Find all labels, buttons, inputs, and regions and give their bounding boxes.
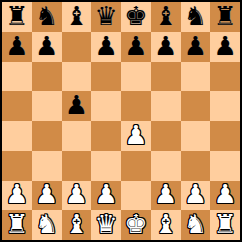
square-c2[interactable]: ♟: [62, 181, 92, 211]
square-e5[interactable]: [121, 91, 151, 121]
white-rook-piece[interactable]: ♜: [5, 211, 28, 237]
black-queen-piece[interactable]: ♛: [94, 3, 117, 29]
square-a7[interactable]: ♟: [2, 32, 32, 62]
black-bishop-piece[interactable]: ♝: [65, 3, 88, 29]
square-d1[interactable]: ♛: [91, 210, 121, 240]
square-f8[interactable]: ♝: [151, 2, 181, 32]
square-f5[interactable]: [151, 91, 181, 121]
white-pawn-piece[interactable]: ♟: [65, 181, 88, 207]
white-pawn-piece[interactable]: ♟: [213, 181, 236, 207]
square-c6[interactable]: [62, 62, 92, 92]
black-rook-piece[interactable]: ♜: [5, 3, 28, 29]
square-b7[interactable]: ♟: [32, 32, 62, 62]
square-c8[interactable]: ♝: [62, 2, 92, 32]
white-pawn-piece[interactable]: ♟: [94, 181, 117, 207]
square-c3[interactable]: [62, 151, 92, 181]
black-pawn-piece[interactable]: ♟: [94, 33, 117, 59]
black-pawn-piece[interactable]: ♟: [5, 33, 28, 59]
black-pawn-piece[interactable]: ♟: [65, 92, 88, 118]
square-g6[interactable]: [181, 62, 211, 92]
square-g1[interactable]: ♞: [181, 210, 211, 240]
white-pawn-piece[interactable]: ♟: [35, 181, 58, 207]
square-h4[interactable]: [210, 121, 240, 151]
square-b1[interactable]: ♞: [32, 210, 62, 240]
square-e8[interactable]: ♚: [121, 2, 151, 32]
square-f1[interactable]: ♝: [151, 210, 181, 240]
square-d4[interactable]: [91, 121, 121, 151]
square-c7[interactable]: [62, 32, 92, 62]
white-king-piece[interactable]: ♚: [124, 211, 147, 237]
white-bishop-piece[interactable]: ♝: [154, 211, 177, 237]
square-c5[interactable]: ♟: [62, 91, 92, 121]
chess-board: ♜♞♝♛♚♝♞♜♟♟♟♟♟♟♟♟♟♟♟♟♟♟♟♟♜♞♝♛♚♝♞♜: [2, 2, 240, 240]
square-h3[interactable]: [210, 151, 240, 181]
square-g8[interactable]: ♞: [181, 2, 211, 32]
square-a1[interactable]: ♜: [2, 210, 32, 240]
white-pawn-piece[interactable]: ♟: [154, 181, 177, 207]
square-c4[interactable]: [62, 121, 92, 151]
square-g2[interactable]: ♟: [181, 181, 211, 211]
square-b4[interactable]: [32, 121, 62, 151]
square-h2[interactable]: ♟: [210, 181, 240, 211]
square-b3[interactable]: [32, 151, 62, 181]
black-pawn-piece[interactable]: ♟: [35, 33, 58, 59]
square-g5[interactable]: [181, 91, 211, 121]
white-queen-piece[interactable]: ♛: [94, 211, 117, 237]
square-a2[interactable]: ♟: [2, 181, 32, 211]
square-a8[interactable]: ♜: [2, 2, 32, 32]
square-d5[interactable]: [91, 91, 121, 121]
square-a6[interactable]: [2, 62, 32, 92]
square-e1[interactable]: ♚: [121, 210, 151, 240]
square-h7[interactable]: ♟: [210, 32, 240, 62]
square-d2[interactable]: ♟: [91, 181, 121, 211]
square-g7[interactable]: ♟: [181, 32, 211, 62]
square-f7[interactable]: ♟: [151, 32, 181, 62]
square-g3[interactable]: [181, 151, 211, 181]
square-b6[interactable]: [32, 62, 62, 92]
black-king-piece[interactable]: ♚: [124, 3, 147, 29]
white-knight-piece[interactable]: ♞: [184, 211, 207, 237]
square-d3[interactable]: [91, 151, 121, 181]
black-pawn-piece[interactable]: ♟: [154, 33, 177, 59]
black-pawn-piece[interactable]: ♟: [124, 33, 147, 59]
board-frame: ♜♞♝♛♚♝♞♜♟♟♟♟♟♟♟♟♟♟♟♟♟♟♟♟♜♞♝♛♚♝♞♜: [0, 0, 242, 242]
white-rook-piece[interactable]: ♜: [213, 211, 236, 237]
square-b8[interactable]: ♞: [32, 2, 62, 32]
square-f2[interactable]: ♟: [151, 181, 181, 211]
square-b2[interactable]: ♟: [32, 181, 62, 211]
white-pawn-piece[interactable]: ♟: [184, 181, 207, 207]
square-f3[interactable]: [151, 151, 181, 181]
white-bishop-piece[interactable]: ♝: [65, 211, 88, 237]
square-h6[interactable]: [210, 62, 240, 92]
square-e6[interactable]: [121, 62, 151, 92]
square-a3[interactable]: [2, 151, 32, 181]
square-g4[interactable]: [181, 121, 211, 151]
square-e7[interactable]: ♟: [121, 32, 151, 62]
black-pawn-piece[interactable]: ♟: [184, 33, 207, 59]
square-d7[interactable]: ♟: [91, 32, 121, 62]
square-h8[interactable]: ♜: [210, 2, 240, 32]
square-a4[interactable]: [2, 121, 32, 151]
black-bishop-piece[interactable]: ♝: [154, 3, 177, 29]
black-rook-piece[interactable]: ♜: [213, 3, 236, 29]
square-c1[interactable]: ♝: [62, 210, 92, 240]
square-h1[interactable]: ♜: [210, 210, 240, 240]
square-d6[interactable]: [91, 62, 121, 92]
square-h5[interactable]: [210, 91, 240, 121]
square-f6[interactable]: [151, 62, 181, 92]
square-a5[interactable]: [2, 91, 32, 121]
square-e3[interactable]: [121, 151, 151, 181]
square-e4[interactable]: ♟: [121, 121, 151, 151]
white-pawn-piece[interactable]: ♟: [124, 122, 147, 148]
square-f4[interactable]: [151, 121, 181, 151]
black-pawn-piece[interactable]: ♟: [213, 33, 236, 59]
square-d8[interactable]: ♛: [91, 2, 121, 32]
square-e2[interactable]: [121, 181, 151, 211]
black-knight-piece[interactable]: ♞: [35, 3, 58, 29]
black-knight-piece[interactable]: ♞: [184, 3, 207, 29]
white-knight-piece[interactable]: ♞: [35, 211, 58, 237]
white-pawn-piece[interactable]: ♟: [5, 181, 28, 207]
square-b5[interactable]: [32, 91, 62, 121]
